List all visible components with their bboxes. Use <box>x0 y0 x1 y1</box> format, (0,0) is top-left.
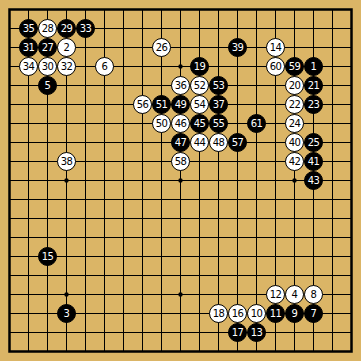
black-stone-29: 29 <box>57 19 76 38</box>
white-stone-32: 32 <box>57 57 76 76</box>
black-stone-45: 45 <box>190 114 209 133</box>
white-stone-50: 50 <box>152 114 171 133</box>
black-stone-1: 1 <box>304 57 323 76</box>
white-stone-6: 6 <box>95 57 114 76</box>
white-stone-48: 48 <box>209 133 228 152</box>
black-stone-23: 23 <box>304 95 323 114</box>
stones-layer: 1234567891011121314151617181920212223242… <box>0 0 361 361</box>
white-stone-38: 38 <box>57 152 76 171</box>
black-stone-37: 37 <box>209 95 228 114</box>
black-stone-5: 5 <box>38 76 57 95</box>
white-stone-2: 2 <box>57 38 76 57</box>
black-stone-17: 17 <box>228 323 247 342</box>
white-stone-58: 58 <box>171 152 190 171</box>
black-stone-61: 61 <box>247 114 266 133</box>
white-stone-26: 26 <box>152 38 171 57</box>
black-stone-7: 7 <box>304 304 323 323</box>
black-stone-15: 15 <box>38 247 57 266</box>
white-stone-60: 60 <box>266 57 285 76</box>
black-stone-3: 3 <box>57 304 76 323</box>
white-stone-56: 56 <box>133 95 152 114</box>
black-stone-39: 39 <box>228 38 247 57</box>
black-stone-21: 21 <box>304 76 323 95</box>
white-stone-34: 34 <box>19 57 38 76</box>
white-stone-4: 4 <box>285 285 304 304</box>
black-stone-25: 25 <box>304 133 323 152</box>
white-stone-44: 44 <box>190 133 209 152</box>
black-stone-35: 35 <box>19 19 38 38</box>
white-stone-40: 40 <box>285 133 304 152</box>
black-stone-9: 9 <box>285 304 304 323</box>
black-stone-55: 55 <box>209 114 228 133</box>
white-stone-36: 36 <box>171 76 190 95</box>
white-stone-24: 24 <box>285 114 304 133</box>
go-board: 1234567891011121314151617181920212223242… <box>0 0 361 361</box>
black-stone-59: 59 <box>285 57 304 76</box>
black-stone-41: 41 <box>304 152 323 171</box>
white-stone-12: 12 <box>266 285 285 304</box>
black-stone-13: 13 <box>247 323 266 342</box>
white-stone-8: 8 <box>304 285 323 304</box>
black-stone-51: 51 <box>152 95 171 114</box>
white-stone-14: 14 <box>266 38 285 57</box>
black-stone-27: 27 <box>38 38 57 57</box>
white-stone-30: 30 <box>38 57 57 76</box>
black-stone-43: 43 <box>304 171 323 190</box>
black-stone-31: 31 <box>19 38 38 57</box>
white-stone-42: 42 <box>285 152 304 171</box>
black-stone-49: 49 <box>171 95 190 114</box>
white-stone-46: 46 <box>171 114 190 133</box>
white-stone-16: 16 <box>228 304 247 323</box>
black-stone-11: 11 <box>266 304 285 323</box>
black-stone-19: 19 <box>190 57 209 76</box>
black-stone-53: 53 <box>209 76 228 95</box>
black-stone-57: 57 <box>228 133 247 152</box>
white-stone-28: 28 <box>38 19 57 38</box>
white-stone-22: 22 <box>285 95 304 114</box>
white-stone-18: 18 <box>209 304 228 323</box>
white-stone-54: 54 <box>190 95 209 114</box>
white-stone-10: 10 <box>247 304 266 323</box>
white-stone-52: 52 <box>190 76 209 95</box>
white-stone-20: 20 <box>285 76 304 95</box>
black-stone-33: 33 <box>76 19 95 38</box>
black-stone-47: 47 <box>171 133 190 152</box>
